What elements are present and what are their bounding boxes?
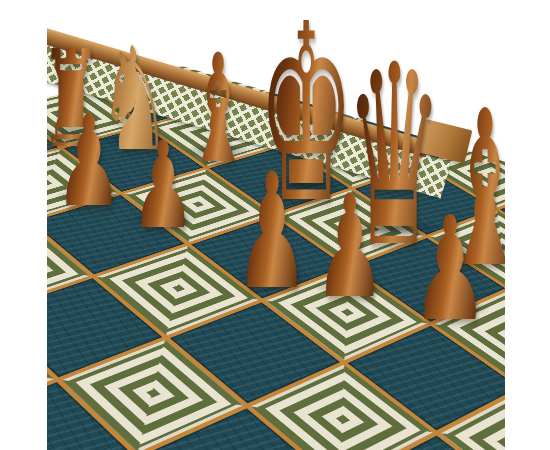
product-photo: ♜♟♞♟♝♚♟♛♟♝♟ <box>0 0 550 450</box>
chess-piece-pawn: ♟ <box>411 197 488 341</box>
photo-area: ♜♟♞♟♝♚♟♛♟♝♟ <box>47 0 505 450</box>
chess-piece-pawn: ♟ <box>55 99 123 225</box>
chess-piece-pawn: ♟ <box>235 152 310 312</box>
chess-piece-pawn: ♟ <box>314 176 385 318</box>
chess-piece-pawn: ♟ <box>131 126 196 246</box>
